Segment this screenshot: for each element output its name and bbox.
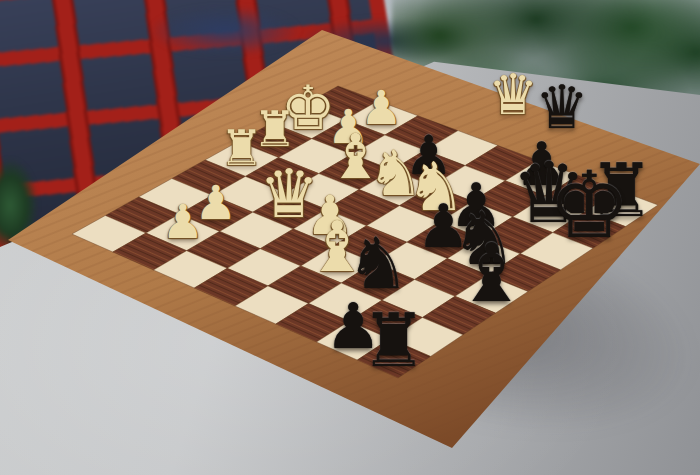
spare-white-queen[interactable]: ♛	[488, 67, 538, 123]
chess-pieces: ♜♚♝♜♛♞♟♟♟♟♞♞♝♟♞♟♝♛♟♟♟♟♚♜♜♛♛	[0, 0, 700, 475]
black-rook-h8[interactable]: ♜	[361, 303, 427, 377]
white-rook-d1[interactable]: ♜	[220, 124, 264, 173]
black-king-b8[interactable]: ♚	[548, 160, 630, 252]
black-bishop-e8[interactable]: ♝	[455, 233, 528, 314]
white-pawn-g2[interactable]: ♟	[162, 199, 204, 246]
spare-black-queen[interactable]: ♛	[535, 77, 589, 137]
